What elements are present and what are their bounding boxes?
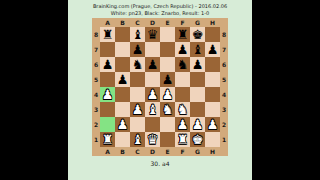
file-label-top-g: G bbox=[190, 18, 205, 27]
diagram-panel: BrainKing.com (Prague, Czech Republic) -… bbox=[68, 0, 252, 180]
square-d1[interactable]: ♛ bbox=[145, 132, 160, 147]
rank-label-right-1: 1 bbox=[220, 132, 228, 147]
black-pawn-c7[interactable]: ♟ bbox=[132, 42, 144, 57]
square-h4[interactable] bbox=[205, 87, 220, 102]
square-c3[interactable]: ♟ bbox=[130, 102, 145, 117]
square-f2[interactable]: ♟ bbox=[175, 117, 190, 132]
rank-label-left-7: 7 bbox=[92, 42, 100, 57]
board-corner bbox=[92, 147, 100, 156]
square-g4[interactable] bbox=[190, 87, 205, 102]
square-g2[interactable]: ♟ bbox=[190, 117, 205, 132]
file-label-bottom-h: H bbox=[205, 147, 220, 156]
rank-label-left-1: 1 bbox=[92, 132, 100, 147]
rank-label-left-4: 4 bbox=[92, 87, 100, 102]
file-label-bottom-f: F bbox=[175, 147, 190, 156]
square-b4[interactable] bbox=[115, 87, 130, 102]
square-c8[interactable]: ♝ bbox=[130, 27, 145, 42]
square-e1[interactable] bbox=[160, 132, 175, 147]
rank-label-right-2: 2 bbox=[220, 117, 228, 132]
square-c1[interactable]: ♝ bbox=[130, 132, 145, 147]
square-b6[interactable] bbox=[115, 57, 130, 72]
square-e7[interactable] bbox=[160, 42, 175, 57]
board-corner bbox=[220, 147, 228, 156]
square-g6[interactable]: ♟ bbox=[190, 57, 205, 72]
square-d4[interactable]: ♟ bbox=[145, 87, 160, 102]
square-f7[interactable]: ♟ bbox=[175, 42, 190, 57]
square-a5[interactable] bbox=[100, 72, 115, 87]
square-e8[interactable] bbox=[160, 27, 175, 42]
rank-label-left-6: 6 bbox=[92, 57, 100, 72]
square-c2[interactable] bbox=[130, 117, 145, 132]
square-a1[interactable]: ♜ bbox=[100, 132, 115, 147]
square-e6[interactable] bbox=[160, 57, 175, 72]
white-pawn-a4[interactable]: ♟ bbox=[102, 87, 114, 102]
square-f1[interactable]: ♜ bbox=[175, 132, 190, 147]
square-h7[interactable]: ♟ bbox=[205, 42, 220, 57]
square-h1[interactable] bbox=[205, 132, 220, 147]
white-rook-a1[interactable]: ♜ bbox=[102, 132, 114, 147]
white-pawn-d4[interactable]: ♟ bbox=[147, 87, 159, 102]
white-bishop-d3[interactable]: ♝ bbox=[147, 102, 159, 117]
square-e4[interactable]: ♟ bbox=[160, 87, 175, 102]
file-label-bottom-a: A bbox=[100, 147, 115, 156]
square-g7[interactable]: ♝ bbox=[190, 42, 205, 57]
square-f5[interactable] bbox=[175, 72, 190, 87]
letterboxed-frame: BrainKing.com (Prague, Czech Republic) -… bbox=[0, 0, 320, 180]
square-a7[interactable] bbox=[100, 42, 115, 57]
square-d5[interactable] bbox=[145, 72, 160, 87]
file-label-top-e: E bbox=[160, 18, 175, 27]
white-pawn-c3[interactable]: ♟ bbox=[132, 102, 144, 117]
rank-label-left-8: 8 bbox=[92, 27, 100, 42]
square-a2[interactable] bbox=[100, 117, 115, 132]
black-bishop-c8[interactable]: ♝ bbox=[132, 27, 144, 42]
board-corner bbox=[220, 18, 228, 27]
black-pawn-a6[interactable]: ♟ bbox=[102, 57, 114, 72]
white-pawn-e4[interactable]: ♟ bbox=[162, 87, 174, 102]
file-label-top-h: H bbox=[205, 18, 220, 27]
black-king-g8[interactable]: ♚ bbox=[192, 27, 204, 42]
black-pawn-b5[interactable]: ♟ bbox=[117, 72, 129, 87]
square-b1[interactable] bbox=[115, 132, 130, 147]
square-f8[interactable]: ♜ bbox=[175, 27, 190, 42]
rank-label-left-2: 2 bbox=[92, 117, 100, 132]
square-a3[interactable] bbox=[100, 102, 115, 117]
black-pawn-d6[interactable]: ♟ bbox=[147, 57, 159, 72]
square-a8[interactable]: ♜ bbox=[100, 27, 115, 42]
file-label-bottom-c: C bbox=[130, 147, 145, 156]
chess-board: ABCDEFGH8♜♝♛♜♚87♟♟♝♟76♟♞♟♞♟65♟♟54♟♟♟43♟♝… bbox=[92, 18, 228, 156]
rank-label-right-4: 4 bbox=[220, 87, 228, 102]
square-h3[interactable] bbox=[205, 102, 220, 117]
square-c4[interactable] bbox=[130, 87, 145, 102]
white-pawn-g2[interactable]: ♟ bbox=[192, 117, 204, 132]
black-pawn-f7[interactable]: ♟ bbox=[177, 42, 189, 57]
white-knight-e3[interactable]: ♞ bbox=[162, 102, 174, 117]
square-d3[interactable]: ♝ bbox=[145, 102, 160, 117]
black-rook-a8[interactable]: ♜ bbox=[102, 27, 114, 42]
file-label-top-d: D bbox=[145, 18, 160, 27]
square-b7[interactable] bbox=[115, 42, 130, 57]
site-and-date: BrainKing.com (Prague, Czech Republic) -… bbox=[93, 3, 227, 9]
square-g3[interactable] bbox=[190, 102, 205, 117]
square-f4[interactable] bbox=[175, 87, 190, 102]
rank-label-right-5: 5 bbox=[220, 72, 228, 87]
square-b5[interactable]: ♟ bbox=[115, 72, 130, 87]
white-pawn-b2[interactable]: ♟ bbox=[117, 117, 129, 132]
square-h6[interactable] bbox=[205, 57, 220, 72]
square-g5[interactable] bbox=[190, 72, 205, 87]
black-knight-f6[interactable]: ♞ bbox=[177, 57, 189, 72]
file-label-top-c: C bbox=[130, 18, 145, 27]
square-g1[interactable]: ♚ bbox=[190, 132, 205, 147]
black-bishop-g7[interactable]: ♝ bbox=[192, 42, 204, 57]
square-b3[interactable] bbox=[115, 102, 130, 117]
rank-label-left-3: 3 bbox=[92, 102, 100, 117]
square-f6[interactable]: ♞ bbox=[175, 57, 190, 72]
black-rook-f8[interactable]: ♜ bbox=[177, 27, 189, 42]
square-d8[interactable]: ♛ bbox=[145, 27, 160, 42]
black-pawn-g6[interactable]: ♟ bbox=[192, 57, 204, 72]
file-label-top-f: F bbox=[175, 18, 190, 27]
file-label-bottom-e: E bbox=[160, 147, 175, 156]
white-pawn-f2[interactable]: ♟ bbox=[177, 117, 189, 132]
white-queen-d1[interactable]: ♛ bbox=[147, 132, 159, 147]
square-h5[interactable] bbox=[205, 72, 220, 87]
white-king-g1[interactable]: ♚ bbox=[192, 132, 204, 147]
rank-label-right-6: 6 bbox=[220, 57, 228, 72]
square-d7[interactable] bbox=[145, 42, 160, 57]
black-pawn-h7[interactable]: ♟ bbox=[207, 42, 219, 57]
square-a6[interactable]: ♟ bbox=[100, 57, 115, 72]
rank-label-right-7: 7 bbox=[220, 42, 228, 57]
square-e2[interactable] bbox=[160, 117, 175, 132]
square-b2[interactable]: ♟ bbox=[115, 117, 130, 132]
square-a4[interactable]: ♟ bbox=[100, 87, 115, 102]
file-label-bottom-d: D bbox=[145, 147, 160, 156]
square-f3[interactable]: ♞ bbox=[175, 102, 190, 117]
square-g8[interactable]: ♚ bbox=[190, 27, 205, 42]
square-d2[interactable] bbox=[145, 117, 160, 132]
square-e5[interactable]: ♟ bbox=[160, 72, 175, 87]
square-c5[interactable] bbox=[130, 72, 145, 87]
black-pawn-e5[interactable]: ♟ bbox=[162, 72, 174, 87]
square-d6[interactable]: ♟ bbox=[145, 57, 160, 72]
white-knight-f3[interactable]: ♞ bbox=[177, 102, 189, 117]
file-label-bottom-b: B bbox=[115, 147, 130, 156]
move-annotation: 30. a4 bbox=[151, 160, 170, 167]
square-c6[interactable]: ♞ bbox=[130, 57, 145, 72]
square-h8[interactable] bbox=[205, 27, 220, 42]
game-header: BrainKing.com (Prague, Czech Republic) -… bbox=[93, 3, 227, 16]
square-b8[interactable] bbox=[115, 27, 130, 42]
rank-label-right-3: 3 bbox=[220, 102, 228, 117]
square-h2[interactable]: ♟ bbox=[205, 117, 220, 132]
black-queen-d8[interactable]: ♛ bbox=[147, 27, 159, 42]
board-corner bbox=[92, 18, 100, 27]
white-rook-f1[interactable]: ♜ bbox=[177, 132, 189, 147]
rank-label-left-5: 5 bbox=[92, 72, 100, 87]
white-bishop-c1[interactable]: ♝ bbox=[132, 132, 144, 147]
file-label-bottom-g: G bbox=[190, 147, 205, 156]
white-pawn-h2[interactable]: ♟ bbox=[207, 117, 219, 132]
square-e3[interactable]: ♞ bbox=[160, 102, 175, 117]
players-and-result: White: pn23, Black: Znarbo, Result: 1-0 bbox=[93, 10, 227, 16]
file-label-top-a: A bbox=[100, 18, 115, 27]
black-knight-c6[interactable]: ♞ bbox=[132, 57, 144, 72]
rank-label-right-8: 8 bbox=[220, 27, 228, 42]
file-label-top-b: B bbox=[115, 18, 130, 27]
square-c7[interactable]: ♟ bbox=[130, 42, 145, 57]
